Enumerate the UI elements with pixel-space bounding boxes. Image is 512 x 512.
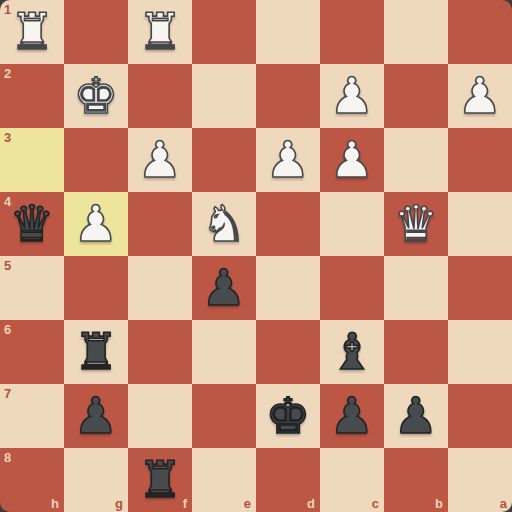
- square-e5[interactable]: ♟: [192, 256, 256, 320]
- square-g2[interactable]: ♚: [64, 64, 128, 128]
- square-e1[interactable]: [192, 0, 256, 64]
- square-a5[interactable]: [448, 256, 512, 320]
- square-g8[interactable]: g: [64, 448, 128, 512]
- square-a7[interactable]: [448, 384, 512, 448]
- square-g7[interactable]: ♟: [64, 384, 128, 448]
- black-king[interactable]: ♚: [256, 384, 320, 448]
- square-h6[interactable]: 6: [0, 320, 64, 384]
- chess-board: 1♜♜2♚♟♟3♟♟♟4♛♟♞♛5♟6♜♝7♟♚♟♟8hgf♜edcba: [0, 0, 512, 512]
- square-g6[interactable]: ♜: [64, 320, 128, 384]
- square-d1[interactable]: [256, 0, 320, 64]
- file-label-h: h: [51, 497, 59, 510]
- white-pawn[interactable]: ♟: [448, 64, 512, 128]
- rank-label-5: 5: [4, 259, 11, 272]
- black-queen[interactable]: ♛: [0, 192, 64, 256]
- square-h1[interactable]: 1♜: [0, 0, 64, 64]
- square-e7[interactable]: [192, 384, 256, 448]
- file-label-d: d: [307, 497, 315, 510]
- square-d4[interactable]: [256, 192, 320, 256]
- black-pawn[interactable]: ♟: [384, 384, 448, 448]
- file-label-c: c: [372, 497, 379, 510]
- square-b6[interactable]: [384, 320, 448, 384]
- square-d3[interactable]: ♟: [256, 128, 320, 192]
- square-d6[interactable]: [256, 320, 320, 384]
- square-f3[interactable]: ♟: [128, 128, 192, 192]
- square-b2[interactable]: [384, 64, 448, 128]
- black-rook[interactable]: ♜: [128, 448, 192, 512]
- square-c4[interactable]: [320, 192, 384, 256]
- square-d5[interactable]: [256, 256, 320, 320]
- square-c6[interactable]: ♝: [320, 320, 384, 384]
- white-king[interactable]: ♚: [64, 64, 128, 128]
- square-c8[interactable]: c: [320, 448, 384, 512]
- black-pawn[interactable]: ♟: [320, 384, 384, 448]
- square-f8[interactable]: f♜: [128, 448, 192, 512]
- square-b1[interactable]: [384, 0, 448, 64]
- square-g3[interactable]: [64, 128, 128, 192]
- white-pawn[interactable]: ♟: [128, 128, 192, 192]
- rank-label-8: 8: [4, 451, 11, 464]
- rank-label-2: 2: [4, 67, 11, 80]
- square-h3[interactable]: 3: [0, 128, 64, 192]
- square-h5[interactable]: 5: [0, 256, 64, 320]
- square-d7[interactable]: ♚: [256, 384, 320, 448]
- square-f2[interactable]: [128, 64, 192, 128]
- rank-label-6: 6: [4, 323, 11, 336]
- white-pawn[interactable]: ♟: [256, 128, 320, 192]
- file-label-e: e: [244, 497, 251, 510]
- square-f1[interactable]: ♜: [128, 0, 192, 64]
- square-f4[interactable]: [128, 192, 192, 256]
- black-pawn[interactable]: ♟: [64, 384, 128, 448]
- square-e3[interactable]: [192, 128, 256, 192]
- square-b8[interactable]: b: [384, 448, 448, 512]
- square-c5[interactable]: [320, 256, 384, 320]
- square-g1[interactable]: [64, 0, 128, 64]
- square-h8[interactable]: 8h: [0, 448, 64, 512]
- square-a2[interactable]: ♟: [448, 64, 512, 128]
- square-a3[interactable]: [448, 128, 512, 192]
- file-label-g: g: [115, 497, 123, 510]
- square-e8[interactable]: e: [192, 448, 256, 512]
- square-f6[interactable]: [128, 320, 192, 384]
- white-queen[interactable]: ♛: [384, 192, 448, 256]
- square-c1[interactable]: [320, 0, 384, 64]
- square-f5[interactable]: [128, 256, 192, 320]
- file-label-b: b: [435, 497, 443, 510]
- square-a1[interactable]: [448, 0, 512, 64]
- square-h7[interactable]: 7: [0, 384, 64, 448]
- white-rook[interactable]: ♜: [0, 0, 64, 64]
- square-a4[interactable]: [448, 192, 512, 256]
- white-rook[interactable]: ♜: [128, 0, 192, 64]
- square-e4[interactable]: ♞: [192, 192, 256, 256]
- square-b3[interactable]: [384, 128, 448, 192]
- square-c3[interactable]: ♟: [320, 128, 384, 192]
- white-pawn[interactable]: ♟: [320, 64, 384, 128]
- white-pawn[interactable]: ♟: [64, 192, 128, 256]
- rank-label-7: 7: [4, 387, 11, 400]
- square-g5[interactable]: [64, 256, 128, 320]
- black-rook[interactable]: ♜: [64, 320, 128, 384]
- square-f7[interactable]: [128, 384, 192, 448]
- square-c2[interactable]: ♟: [320, 64, 384, 128]
- square-b4[interactable]: ♛: [384, 192, 448, 256]
- black-bishop[interactable]: ♝: [320, 320, 384, 384]
- black-pawn[interactable]: ♟: [192, 256, 256, 320]
- rank-label-3: 3: [4, 131, 11, 144]
- white-knight[interactable]: ♞: [192, 192, 256, 256]
- square-e6[interactable]: [192, 320, 256, 384]
- square-b5[interactable]: [384, 256, 448, 320]
- square-e2[interactable]: [192, 64, 256, 128]
- square-h2[interactable]: 2: [0, 64, 64, 128]
- square-a8[interactable]: a: [448, 448, 512, 512]
- square-g4[interactable]: ♟: [64, 192, 128, 256]
- file-label-a: a: [500, 497, 507, 510]
- square-c7[interactable]: ♟: [320, 384, 384, 448]
- white-pawn[interactable]: ♟: [320, 128, 384, 192]
- square-d8[interactable]: d: [256, 448, 320, 512]
- square-h4[interactable]: 4♛: [0, 192, 64, 256]
- square-b7[interactable]: ♟: [384, 384, 448, 448]
- square-d2[interactable]: [256, 64, 320, 128]
- square-a6[interactable]: [448, 320, 512, 384]
